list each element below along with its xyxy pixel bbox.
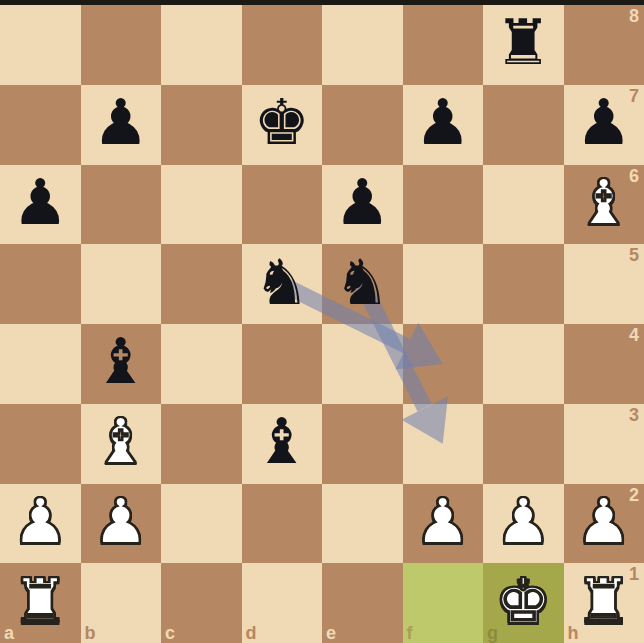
black-pawn-h7[interactable]: ♟ [564, 83, 644, 163]
square-g4[interactable] [483, 324, 564, 404]
black-pawn-b7[interactable]: ♟ [81, 83, 162, 163]
square-c2[interactable] [161, 484, 242, 564]
square-b8[interactable] [81, 5, 162, 85]
square-g3[interactable] [483, 404, 564, 484]
square-h7[interactable]: 7♟ [564, 85, 644, 165]
square-a4[interactable] [0, 324, 81, 404]
white-rook-a1[interactable]: ♜ [0, 561, 81, 641]
square-c4[interactable] [161, 324, 242, 404]
square-c7[interactable] [161, 85, 242, 165]
square-b2[interactable]: ♟ [81, 484, 162, 564]
square-d8[interactable] [242, 5, 323, 85]
square-h6[interactable]: 6♝ [564, 165, 644, 245]
square-e2[interactable] [322, 484, 403, 564]
white-bishop-h6[interactable]: ♝ [564, 163, 644, 243]
square-h8[interactable]: 8 [564, 5, 644, 85]
chess-board: ♜8♟♚♟7♟♟♟6♝♞♞5♝4♝♝3♟♟♟♟2♟a♜bcdefg♚1h♜ [0, 5, 644, 643]
square-g1[interactable]: g♚ [483, 563, 564, 643]
square-b5[interactable] [81, 244, 162, 324]
white-pawn-a2[interactable]: ♟ [0, 482, 81, 562]
square-h1[interactable]: 1h♜ [564, 563, 644, 643]
square-e4[interactable] [322, 324, 403, 404]
square-f4[interactable] [403, 324, 484, 404]
file-label-f: f [407, 624, 413, 642]
square-a1[interactable]: a♜ [0, 563, 81, 643]
board-frame: ♜8♟♚♟7♟♟♟6♝♞♞5♝4♝♝3♟♟♟♟2♟a♜bcdefg♚1h♜ [0, 0, 644, 643]
square-a8[interactable] [0, 5, 81, 85]
white-pawn-g2[interactable]: ♟ [483, 482, 564, 562]
square-e3[interactable] [322, 404, 403, 484]
square-c5[interactable] [161, 244, 242, 324]
square-g6[interactable] [483, 165, 564, 245]
square-d7[interactable]: ♚ [242, 85, 323, 165]
square-h3[interactable]: 3 [564, 404, 644, 484]
square-c6[interactable] [161, 165, 242, 245]
square-a7[interactable] [0, 85, 81, 165]
square-f3[interactable] [403, 404, 484, 484]
file-label-b: b [85, 624, 96, 642]
square-b4[interactable]: ♝ [81, 324, 162, 404]
square-d5[interactable]: ♞ [242, 244, 323, 324]
square-e8[interactable] [322, 5, 403, 85]
white-bishop-b3[interactable]: ♝ [81, 402, 162, 482]
square-d3[interactable]: ♝ [242, 404, 323, 484]
file-label-e: e [326, 624, 336, 642]
black-bishop-b4[interactable]: ♝ [81, 322, 162, 402]
square-g5[interactable] [483, 244, 564, 324]
white-king-g1[interactable]: ♚ [483, 561, 564, 641]
rank-label-5: 5 [629, 246, 639, 264]
square-b6[interactable] [81, 165, 162, 245]
black-bishop-d3[interactable]: ♝ [242, 402, 323, 482]
file-label-c: c [165, 624, 175, 642]
white-pawn-b2[interactable]: ♟ [81, 482, 162, 562]
square-g7[interactable] [483, 85, 564, 165]
black-pawn-e6[interactable]: ♟ [322, 163, 403, 243]
square-d1[interactable]: d [242, 563, 323, 643]
square-d2[interactable] [242, 484, 323, 564]
square-b7[interactable]: ♟ [81, 85, 162, 165]
square-d6[interactable] [242, 165, 323, 245]
square-d4[interactable] [242, 324, 323, 404]
rank-label-8: 8 [629, 7, 639, 25]
white-pawn-f2[interactable]: ♟ [403, 482, 484, 562]
square-g8[interactable]: ♜ [483, 5, 564, 85]
white-rook-h1[interactable]: ♜ [564, 561, 644, 641]
square-a6[interactable]: ♟ [0, 165, 81, 245]
square-f7[interactable]: ♟ [403, 85, 484, 165]
square-g2[interactable]: ♟ [483, 484, 564, 564]
square-f2[interactable]: ♟ [403, 484, 484, 564]
black-pawn-f7[interactable]: ♟ [403, 83, 484, 163]
square-h5[interactable]: 5 [564, 244, 644, 324]
square-a5[interactable] [0, 244, 81, 324]
square-b3[interactable]: ♝ [81, 404, 162, 484]
square-f5[interactable] [403, 244, 484, 324]
rank-label-3: 3 [629, 406, 639, 424]
black-knight-e5[interactable]: ♞ [322, 242, 403, 322]
square-e7[interactable] [322, 85, 403, 165]
square-f8[interactable] [403, 5, 484, 85]
square-f6[interactable] [403, 165, 484, 245]
square-e1[interactable]: e [322, 563, 403, 643]
rank-label-4: 4 [629, 326, 639, 344]
square-e6[interactable]: ♟ [322, 165, 403, 245]
square-h4[interactable]: 4 [564, 324, 644, 404]
square-h2[interactable]: 2♟ [564, 484, 644, 564]
square-a2[interactable]: ♟ [0, 484, 81, 564]
square-c3[interactable] [161, 404, 242, 484]
file-label-d: d [246, 624, 257, 642]
square-b1[interactable]: b [81, 563, 162, 643]
square-a3[interactable] [0, 404, 81, 484]
black-rook-g8[interactable]: ♜ [483, 3, 564, 83]
square-f1[interactable]: f [403, 563, 484, 643]
square-e5[interactable]: ♞ [322, 244, 403, 324]
square-c8[interactable] [161, 5, 242, 85]
black-pawn-a6[interactable]: ♟ [0, 163, 81, 243]
black-knight-d5[interactable]: ♞ [242, 242, 323, 322]
square-c1[interactable]: c [161, 563, 242, 643]
black-king-d7[interactable]: ♚ [242, 83, 323, 163]
white-pawn-h2[interactable]: ♟ [564, 482, 644, 562]
